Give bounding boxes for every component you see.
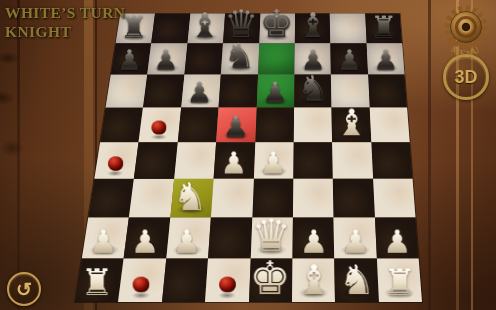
square-b4[interactable] [134, 142, 177, 179]
square-e1[interactable]: ♚ [249, 259, 293, 302]
square-b7[interactable]: ♟ [147, 43, 187, 74]
piece-white-knight[interactable]: ♞ [173, 178, 208, 217]
move-indicator-dot[interactable] [133, 277, 150, 293]
square-h6[interactable] [368, 75, 407, 108]
piece-black-pawn[interactable]: ♟ [222, 112, 248, 141]
square-c1[interactable] [162, 259, 208, 302]
3d-toggle-button[interactable]: 3D [443, 54, 489, 100]
square-h7[interactable]: ♟ [366, 43, 404, 74]
piece-black-pawn[interactable]: ♟ [117, 46, 142, 74]
move-indicator-dot[interactable] [219, 277, 236, 293]
square-g2[interactable]: ♟ [334, 218, 377, 259]
selected-piece-text: KNIGHT [5, 22, 125, 41]
piece-white-pawn[interactable]: ♟ [341, 226, 370, 258]
square-f6[interactable]: ♞ [294, 75, 332, 108]
square-f4[interactable] [293, 142, 333, 179]
square-h2[interactable]: ♟ [375, 218, 419, 259]
square-h1[interactable]: ♜ [377, 259, 422, 302]
turn-text: WHITE’S TURN [5, 3, 125, 22]
square-c6[interactable]: ♟ [181, 75, 221, 108]
piece-white-rook[interactable]: ♜ [80, 264, 113, 301]
square-e7[interactable] [258, 43, 295, 74]
undo-button[interactable]: ↺ [7, 272, 41, 306]
square-e4[interactable]: ♟ [253, 142, 293, 179]
square-f8[interactable]: ♝ [295, 14, 331, 44]
square-d7[interactable]: ♞ [221, 43, 259, 74]
square-f2[interactable]: ♟ [292, 218, 334, 259]
square-f3[interactable] [293, 179, 334, 218]
square-d3[interactable] [211, 179, 253, 218]
square-a1[interactable]: ♜ [75, 259, 124, 302]
piece-white-pawn[interactable]: ♟ [89, 226, 118, 258]
square-d1[interactable] [205, 259, 250, 302]
square-g7[interactable]: ♟ [330, 43, 367, 74]
square-e8[interactable]: ♚ [259, 14, 295, 44]
piece-white-pawn[interactable]: ♟ [383, 226, 412, 258]
dot-shadow [150, 134, 168, 140]
3d-label: 3D [454, 67, 477, 88]
square-b6[interactable] [143, 75, 184, 108]
piece-black-bishop[interactable]: ♝ [297, 9, 327, 43]
piece-white-bishop[interactable]: ♝ [335, 105, 368, 142]
square-b3[interactable] [129, 179, 174, 218]
square-d5[interactable]: ♟ [216, 108, 256, 143]
game-scene: ♜♝♛♚♝♜♟♟♞♟♟♟♟♟♞♟♝♟♟♞♟♟♟♛♟♟♟♜♚♝♞♜ WHITE’S… [0, 0, 496, 310]
square-a7[interactable]: ♟ [111, 43, 152, 74]
piece-black-pawn[interactable]: ♟ [187, 78, 213, 107]
dot-shadow [106, 170, 125, 176]
square-e5[interactable] [255, 108, 294, 143]
square-h8[interactable]: ♜ [365, 14, 402, 44]
square-f1[interactable]: ♝ [292, 259, 335, 302]
square-g8[interactable] [330, 14, 366, 44]
piece-white-pawn[interactable]: ♟ [299, 226, 328, 258]
piece-black-pawn[interactable]: ♟ [262, 78, 288, 107]
piece-black-pawn[interactable]: ♟ [374, 46, 399, 74]
turn-indicator: WHITE’S TURN KNIGHT [5, 3, 125, 41]
board-perspective-wrapper: ♜♝♛♚♝♜♟♟♞♟♟♟♟♟♞♟♝♟♟♞♟♟♟♛♟♟♟♜♚♝♞♜ [0, 0, 496, 310]
square-b1[interactable] [118, 259, 166, 302]
square-d4[interactable]: ♟ [214, 142, 255, 179]
square-b5[interactable] [139, 108, 181, 143]
piece-black-pawn[interactable]: ♟ [337, 46, 362, 74]
square-g4[interactable] [332, 142, 372, 179]
piece-white-pawn[interactable]: ♟ [131, 226, 160, 258]
square-h3[interactable] [373, 179, 416, 218]
square-a5[interactable] [100, 108, 143, 143]
square-b2[interactable]: ♟ [124, 218, 170, 259]
piece-white-pawn[interactable]: ♟ [220, 148, 247, 178]
square-c5[interactable] [178, 108, 219, 143]
square-a6[interactable] [106, 75, 148, 108]
piece-white-bishop[interactable]: ♝ [295, 260, 332, 301]
move-indicator-dot[interactable] [151, 121, 166, 135]
square-g5[interactable]: ♝ [332, 108, 371, 143]
square-h4[interactable] [371, 142, 413, 179]
piece-white-pawn[interactable]: ♟ [173, 226, 202, 258]
piece-white-pawn[interactable]: ♟ [260, 148, 287, 178]
square-e6[interactable]: ♟ [256, 75, 294, 108]
piece-black-bishop[interactable]: ♝ [190, 9, 220, 43]
square-g1[interactable]: ♞ [334, 259, 378, 302]
chess-board[interactable]: ♜♝♛♚♝♜♟♟♞♟♟♟♟♟♞♟♝♟♟♞♟♟♟♛♟♟♟♜♚♝♞♜ [75, 14, 422, 302]
piece-black-knight[interactable]: ♞ [224, 39, 255, 74]
square-a2[interactable]: ♟ [82, 218, 129, 259]
square-b8[interactable] [151, 14, 190, 44]
piece-white-rook[interactable]: ♜ [384, 264, 417, 301]
square-h5[interactable] [369, 108, 409, 143]
square-f5[interactable] [294, 108, 333, 143]
square-g3[interactable] [333, 179, 375, 218]
square-a3[interactable] [88, 179, 134, 218]
undo-arrow-icon: ↺ [16, 278, 32, 301]
dot-shadow [217, 292, 237, 300]
square-a4[interactable] [94, 142, 138, 179]
square-c8[interactable]: ♝ [187, 14, 225, 44]
square-c3[interactable]: ♞ [170, 179, 214, 218]
piece-white-knight[interactable]: ♞ [339, 260, 376, 301]
piece-black-pawn[interactable]: ♟ [153, 46, 178, 74]
piece-black-rook[interactable]: ♜ [370, 12, 397, 43]
piece-black-knight[interactable]: ♞ [297, 71, 329, 107]
square-d6[interactable] [219, 75, 258, 108]
square-c7[interactable] [184, 43, 223, 74]
square-c2[interactable]: ♟ [166, 218, 211, 259]
move-indicator-dot[interactable] [108, 156, 123, 171]
piece-white-king[interactable]: ♚ [250, 255, 291, 301]
dot-shadow [131, 292, 151, 300]
square-d2[interactable] [208, 218, 252, 259]
piece-black-king[interactable]: ♚ [260, 5, 294, 43]
